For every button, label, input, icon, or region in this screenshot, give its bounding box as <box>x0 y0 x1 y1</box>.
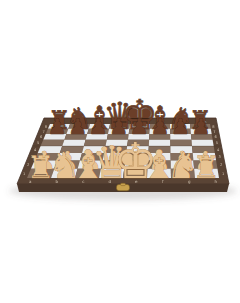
coord-rank-right-7: 7 <box>213 130 215 134</box>
coord-rank-left-7: 7 <box>42 130 44 134</box>
coord-rank-right-1: 1 <box>222 172 224 176</box>
product-photo: aabbccddeeffgghh8877665544332211♜♞♝♛♚♝♞♜… <box>0 0 240 303</box>
piece-black-pawn-b7: ♟ <box>68 114 87 139</box>
coord-rank-right-2: 2 <box>220 163 222 167</box>
piece-white-rook-h1: ♜ <box>193 150 221 185</box>
piece-black-pawn-h7: ♟ <box>191 114 210 139</box>
piece-black-pawn-a7: ♟ <box>47 114 66 139</box>
chessboard: aabbccddeeffgghh8877665544332211♜♞♝♛♚♝♞♜… <box>0 0 240 303</box>
piece-black-pawn-g7: ♟ <box>171 114 190 139</box>
coord-rank-left-1: 1 <box>23 172 25 176</box>
